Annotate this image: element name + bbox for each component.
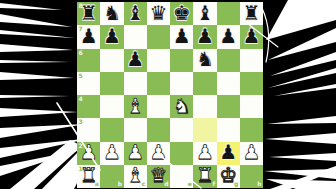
coordinate-file-b: b [118, 181, 122, 187]
square-e6[interactable] [170, 49, 193, 72]
piece-black-bishop[interactable]: ♝ [126, 3, 144, 23]
piece-white-rook[interactable]: ♜ [196, 165, 214, 185]
piece-white-pawn[interactable]: ♟ [126, 142, 144, 162]
piece-white-rook[interactable]: ♜ [80, 165, 98, 185]
square-h4[interactable] [240, 95, 263, 118]
square-e2[interactable] [170, 142, 193, 165]
square-g7[interactable]: ♟ [217, 25, 240, 48]
square-h3[interactable] [240, 118, 263, 141]
piece-black-rook[interactable]: ♜ [80, 3, 98, 23]
piece-black-pawn[interactable]: ♟ [219, 26, 237, 46]
square-d7[interactable] [147, 25, 170, 48]
square-a2[interactable]: 2♟ [77, 142, 100, 165]
square-a6[interactable]: 6 [77, 49, 100, 72]
square-c7[interactable] [124, 25, 147, 48]
square-f3[interactable] [193, 118, 216, 141]
square-b7[interactable]: ♟ [100, 25, 123, 48]
square-b8[interactable]: ♞ [100, 2, 123, 25]
piece-white-knight[interactable]: ♞ [173, 96, 191, 116]
square-g8[interactable] [217, 2, 240, 25]
coordinate-rank-6: 6 [79, 50, 83, 56]
square-g6[interactable] [217, 49, 240, 72]
square-b1[interactable]: b [100, 165, 123, 188]
square-a3[interactable]: 3 [77, 118, 100, 141]
square-f2[interactable]: ♟ [193, 142, 216, 165]
piece-black-pawn[interactable]: ♟ [242, 26, 260, 46]
piece-black-rook[interactable]: ♜ [242, 3, 260, 23]
thumbnail-stage: 8♜♞♝♛♚♝♜7♟♟♟♟♟♟6♟♞54♝♞32♟♟♟♟♟♟♟1a♜bc♝d♛e… [0, 0, 336, 189]
square-c5[interactable] [124, 72, 147, 95]
piece-white-pawn[interactable]: ♟ [103, 142, 121, 162]
square-f8[interactable]: ♝ [193, 2, 216, 25]
square-a5[interactable]: 5 [77, 72, 100, 95]
piece-white-queen[interactable]: ♛ [149, 165, 167, 185]
square-h6[interactable] [240, 49, 263, 72]
square-e4[interactable]: ♞ [170, 95, 193, 118]
square-h7[interactable]: ♟ [240, 25, 263, 48]
coordinate-rank-4: 4 [79, 96, 83, 102]
piece-black-bishop[interactable]: ♝ [196, 3, 214, 23]
square-d5[interactable] [147, 72, 170, 95]
piece-black-queen[interactable]: ♛ [149, 3, 167, 23]
coordinate-file-h: h [257, 181, 261, 187]
piece-black-knight[interactable]: ♞ [103, 3, 121, 23]
square-c1[interactable]: c♝ [124, 165, 147, 188]
piece-white-king[interactable]: ♚ [219, 165, 237, 185]
square-h5[interactable] [240, 72, 263, 95]
square-g5[interactable] [217, 72, 240, 95]
piece-white-pawn[interactable]: ♟ [242, 142, 260, 162]
square-d6[interactable] [147, 49, 170, 72]
square-c8[interactable]: ♝ [124, 2, 147, 25]
square-b2[interactable]: ♟ [100, 142, 123, 165]
piece-white-pawn[interactable]: ♟ [196, 142, 214, 162]
piece-white-pawn[interactable]: ♟ [80, 142, 98, 162]
square-d2[interactable]: ♟ [147, 142, 170, 165]
square-b3[interactable] [100, 118, 123, 141]
square-e1[interactable]: e [170, 165, 193, 188]
square-g3[interactable] [217, 118, 240, 141]
square-d3[interactable] [147, 118, 170, 141]
square-a8[interactable]: 8♜ [77, 2, 100, 25]
square-c2[interactable]: ♟ [124, 142, 147, 165]
chess-board[interactable]: 8♜♞♝♛♚♝♜7♟♟♟♟♟♟6♟♞54♝♞32♟♟♟♟♟♟♟1a♜bc♝d♛e… [77, 2, 263, 188]
piece-black-pawn[interactable]: ♟ [103, 26, 121, 46]
square-c3[interactable] [124, 118, 147, 141]
square-f7[interactable]: ♟ [193, 25, 216, 48]
square-f4[interactable] [193, 95, 216, 118]
square-h8[interactable]: ♜ [240, 2, 263, 25]
square-f5[interactable] [193, 72, 216, 95]
piece-black-pawn[interactable]: ♟ [173, 26, 191, 46]
piece-white-bishop[interactable]: ♝ [126, 96, 144, 116]
piece-black-knight[interactable]: ♞ [196, 49, 214, 69]
square-g2[interactable]: ♟ [217, 142, 240, 165]
square-b5[interactable] [100, 72, 123, 95]
square-h1[interactable]: h [240, 165, 263, 188]
square-e5[interactable] [170, 72, 193, 95]
square-f1[interactable]: f♜ [193, 165, 216, 188]
square-g1[interactable]: g♚ [217, 165, 240, 188]
square-h2[interactable]: ♟ [240, 142, 263, 165]
square-a7[interactable]: 7♟ [77, 25, 100, 48]
piece-black-king[interactable]: ♚ [173, 3, 191, 23]
square-b4[interactable] [100, 95, 123, 118]
square-c6[interactable]: ♟ [124, 49, 147, 72]
square-g4[interactable] [217, 95, 240, 118]
square-e7[interactable]: ♟ [170, 25, 193, 48]
square-a1[interactable]: 1a♜ [77, 165, 100, 188]
square-d8[interactable]: ♛ [147, 2, 170, 25]
piece-black-pawn[interactable]: ♟ [126, 49, 144, 69]
piece-black-pawn[interactable]: ♟ [196, 26, 214, 46]
square-d4[interactable] [147, 95, 170, 118]
square-a4[interactable]: 4 [77, 95, 100, 118]
coordinate-file-e: e [188, 181, 192, 187]
piece-white-pawn[interactable]: ♟ [149, 142, 167, 162]
square-d1[interactable]: d♛ [147, 165, 170, 188]
square-f6[interactable]: ♞ [193, 49, 216, 72]
piece-white-bishop[interactable]: ♝ [126, 165, 144, 185]
square-c4[interactable]: ♝ [124, 95, 147, 118]
piece-black-pawn[interactable]: ♟ [219, 142, 237, 162]
coordinate-rank-5: 5 [79, 73, 83, 79]
square-e8[interactable]: ♚ [170, 2, 193, 25]
square-e3[interactable] [170, 118, 193, 141]
square-b6[interactable] [100, 49, 123, 72]
coordinate-rank-3: 3 [79, 119, 83, 125]
piece-black-pawn[interactable]: ♟ [80, 26, 98, 46]
